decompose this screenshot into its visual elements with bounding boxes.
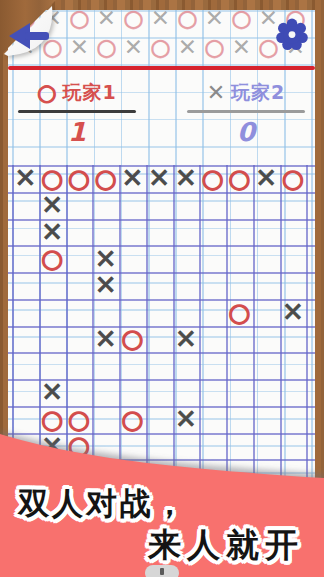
decor-o-icon: ○ bbox=[228, 10, 255, 33]
x-mark[interactable]: ✕ bbox=[39, 219, 66, 246]
back-arrow-icon bbox=[6, 14, 52, 56]
x-mark[interactable]: ✕ bbox=[39, 379, 66, 406]
player1-underline bbox=[18, 110, 136, 113]
settings-button[interactable] bbox=[274, 16, 310, 52]
o-mark[interactable]: ○ bbox=[66, 165, 93, 192]
x-mark[interactable]: ✕ bbox=[146, 165, 173, 192]
o-mark[interactable]: ○ bbox=[280, 165, 307, 192]
decor-x-icon: ✕ bbox=[201, 10, 228, 33]
player1-symbol-icon: ○ bbox=[37, 82, 56, 104]
red-margin-line bbox=[8, 66, 315, 70]
player1-score: 1 bbox=[68, 117, 86, 147]
player2-score: 0 bbox=[237, 117, 255, 147]
o-mark[interactable]: ○ bbox=[226, 165, 253, 192]
decor-x-icon: ✕ bbox=[174, 33, 201, 62]
player2-underline bbox=[187, 110, 305, 113]
decor-o-icon: ○ bbox=[147, 33, 174, 62]
x-mark[interactable]: ✕ bbox=[173, 165, 200, 192]
o-mark[interactable]: ○ bbox=[39, 245, 66, 272]
decor-x-icon: ✕ bbox=[120, 33, 147, 62]
o-mark[interactable]: ○ bbox=[92, 165, 119, 192]
player2-panel: ✕ 玩家2 0 bbox=[187, 78, 305, 147]
player2-label: 玩家2 bbox=[231, 80, 285, 106]
x-mark[interactable]: ✕ bbox=[92, 245, 119, 272]
tab-notch-icon bbox=[160, 568, 164, 575]
x-mark[interactable]: ✕ bbox=[92, 272, 119, 299]
decor-o-icon: ○ bbox=[66, 10, 93, 33]
banner-line2: 来人就开 bbox=[148, 523, 304, 568]
x-mark[interactable]: ✕ bbox=[253, 165, 280, 192]
decor-o-icon: ○ bbox=[201, 33, 228, 62]
back-button[interactable] bbox=[6, 14, 52, 56]
decor-o-icon: ○ bbox=[93, 33, 120, 62]
x-mark[interactable]: ✕ bbox=[280, 299, 307, 326]
player1-panel: ○ 玩家1 1 bbox=[18, 78, 136, 147]
gear-icon bbox=[274, 16, 310, 52]
player2-symbol-icon: ✕ bbox=[207, 82, 225, 104]
decor-x-icon: ✕ bbox=[93, 10, 120, 33]
bottom-tab-handle[interactable] bbox=[145, 565, 179, 577]
player1-label: 玩家1 bbox=[62, 80, 116, 106]
x-mark[interactable]: ✕ bbox=[39, 192, 66, 219]
o-mark[interactable]: ○ bbox=[119, 326, 146, 353]
o-mark[interactable]: ○ bbox=[226, 299, 253, 326]
promo-banner: 双人对战， 来人就开 bbox=[0, 427, 324, 577]
x-mark[interactable]: ✕ bbox=[12, 165, 39, 192]
decor-x-icon: ✕ bbox=[66, 33, 93, 62]
x-mark[interactable]: ✕ bbox=[173, 326, 200, 353]
decor-x-icon: ✕ bbox=[228, 33, 255, 62]
decor-x-icon: ✕ bbox=[147, 10, 174, 33]
x-mark[interactable]: ✕ bbox=[119, 165, 146, 192]
decor-o-icon: ○ bbox=[120, 10, 147, 33]
decor-o-icon: ○ bbox=[174, 10, 201, 33]
scoreboard: ○ 玩家1 1 ✕ 玩家2 0 bbox=[8, 78, 315, 158]
banner-line1: 双人对战， bbox=[18, 483, 188, 525]
o-mark[interactable]: ○ bbox=[199, 165, 226, 192]
o-mark[interactable]: ○ bbox=[39, 165, 66, 192]
app-window: ○✕○✕○✕○✕○✕○✕○✕○✕○✕○✕○✕ ○ 玩家1 1 ✕ 玩家2 0 bbox=[0, 0, 324, 577]
x-mark[interactable]: ✕ bbox=[92, 326, 119, 353]
